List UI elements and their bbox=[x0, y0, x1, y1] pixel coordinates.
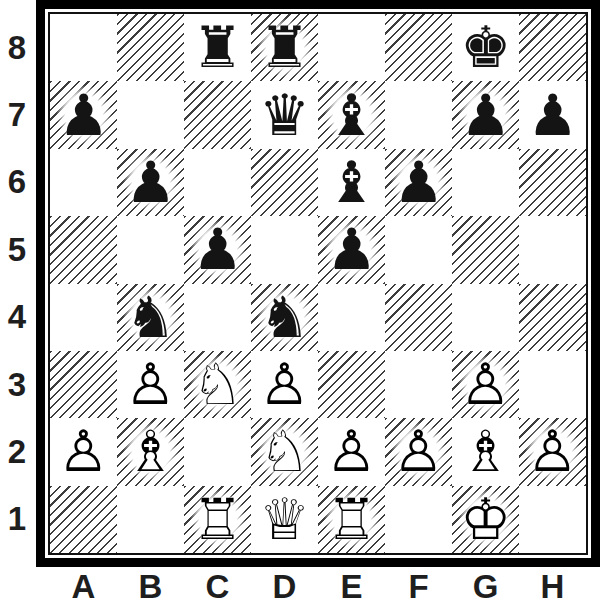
square-e7[interactable]: ♝ bbox=[318, 81, 385, 148]
piece-glyph: ♟ bbox=[50, 81, 117, 148]
piece-glyph-outline: ♘ bbox=[251, 418, 318, 485]
square-c2[interactable] bbox=[184, 418, 251, 485]
file-label-e: E bbox=[318, 567, 385, 606]
piece-glyph-outline: ♗ bbox=[452, 418, 519, 485]
square-h8[interactable] bbox=[519, 14, 586, 81]
square-c3[interactable]: ♞♘ bbox=[184, 351, 251, 418]
piece-white-rook-c1[interactable]: ♜♖ bbox=[184, 486, 251, 553]
piece-glyph-outline: ♙ bbox=[519, 418, 586, 485]
square-b8[interactable] bbox=[117, 14, 184, 81]
piece-black-pawn-c5[interactable]: ♟ bbox=[184, 216, 251, 283]
piece-glyph-outline: ♖ bbox=[318, 486, 385, 553]
square-b5[interactable] bbox=[117, 216, 184, 283]
piece-white-queen-d1[interactable]: ♛♕ bbox=[251, 486, 318, 553]
piece-black-queen-d7[interactable]: ♛ bbox=[251, 81, 318, 148]
square-e3[interactable] bbox=[318, 351, 385, 418]
piece-glyph: ♚ bbox=[452, 14, 519, 81]
piece-glyph-outline: ♙ bbox=[50, 418, 117, 485]
square-f5[interactable] bbox=[385, 216, 452, 283]
square-b2[interactable]: ♝♗ bbox=[117, 418, 184, 485]
square-d4[interactable]: ♞ bbox=[251, 284, 318, 351]
square-d8[interactable]: ♜ bbox=[251, 14, 318, 81]
square-d6[interactable] bbox=[251, 149, 318, 216]
file-label-g: G bbox=[452, 567, 519, 606]
square-e4[interactable] bbox=[318, 284, 385, 351]
board-inner-frame: ♜♜♚♟♛♝♟♟♟♝♟♟♟♞♞♟♙♞♘♟♙♟♙♟♙♝♗♞♘♟♙♟♙♝♗♟♙♜♖♛… bbox=[48, 12, 588, 555]
piece-white-king-g1[interactable]: ♚♔ bbox=[452, 486, 519, 553]
piece-glyph: ♞ bbox=[117, 284, 184, 351]
piece-black-pawn-h7[interactable]: ♟ bbox=[519, 81, 586, 148]
square-g2[interactable]: ♝♗ bbox=[452, 418, 519, 485]
square-c6[interactable] bbox=[184, 149, 251, 216]
square-c5[interactable]: ♟ bbox=[184, 216, 251, 283]
square-g1[interactable]: ♚♔ bbox=[452, 486, 519, 553]
piece-glyph: ♟ bbox=[452, 81, 519, 148]
piece-glyph: ♜ bbox=[184, 14, 251, 81]
piece-black-king-g8[interactable]: ♚ bbox=[452, 14, 519, 81]
piece-glyph: ♝ bbox=[318, 149, 385, 216]
piece-glyph-outline: ♙ bbox=[318, 418, 385, 485]
rank-label-6: 6 bbox=[0, 149, 34, 216]
file-label-a: A bbox=[50, 567, 117, 606]
square-f7[interactable] bbox=[385, 81, 452, 148]
square-a7[interactable]: ♟ bbox=[50, 81, 117, 148]
rank-label-7: 7 bbox=[0, 81, 34, 148]
piece-white-pawn-e2[interactable]: ♟♙ bbox=[318, 418, 385, 485]
piece-glyph: ♟ bbox=[117, 149, 184, 216]
square-b6[interactable]: ♟ bbox=[117, 149, 184, 216]
rank-label-3: 3 bbox=[0, 351, 34, 418]
square-a6[interactable] bbox=[50, 149, 117, 216]
square-h1[interactable] bbox=[519, 486, 586, 553]
square-h7[interactable]: ♟ bbox=[519, 81, 586, 148]
square-h5[interactable] bbox=[519, 216, 586, 283]
rank-label-2: 2 bbox=[0, 418, 34, 485]
square-g5[interactable] bbox=[452, 216, 519, 283]
piece-glyph-outline: ♔ bbox=[452, 486, 519, 553]
piece-white-pawn-h2[interactable]: ♟♙ bbox=[519, 418, 586, 485]
piece-black-pawn-f6[interactable]: ♟ bbox=[385, 149, 452, 216]
square-d3[interactable]: ♟♙ bbox=[251, 351, 318, 418]
square-f4[interactable] bbox=[385, 284, 452, 351]
piece-glyph-outline: ♙ bbox=[385, 418, 452, 485]
square-g7[interactable]: ♟ bbox=[452, 81, 519, 148]
square-g4[interactable] bbox=[452, 284, 519, 351]
square-f1[interactable] bbox=[385, 486, 452, 553]
square-a2[interactable]: ♟♙ bbox=[50, 418, 117, 485]
piece-black-pawn-a7[interactable]: ♟ bbox=[50, 81, 117, 148]
piece-glyph: ♟ bbox=[385, 149, 452, 216]
square-c4[interactable] bbox=[184, 284, 251, 351]
piece-white-pawn-d3[interactable]: ♟♙ bbox=[251, 351, 318, 418]
square-e2[interactable]: ♟♙ bbox=[318, 418, 385, 485]
square-h3[interactable] bbox=[519, 351, 586, 418]
square-a5[interactable] bbox=[50, 216, 117, 283]
piece-white-pawn-a2[interactable]: ♟♙ bbox=[50, 418, 117, 485]
square-e1[interactable]: ♜♖ bbox=[318, 486, 385, 553]
piece-white-pawn-f2[interactable]: ♟♙ bbox=[385, 418, 452, 485]
square-c8[interactable]: ♜ bbox=[184, 14, 251, 81]
square-d5[interactable] bbox=[251, 216, 318, 283]
rank-labels: 87654321 bbox=[0, 14, 34, 553]
piece-glyph-outline: ♕ bbox=[251, 486, 318, 553]
piece-glyph: ♟ bbox=[519, 81, 586, 148]
file-label-f: F bbox=[385, 567, 452, 606]
file-labels: ABCDEFGH bbox=[50, 567, 586, 606]
piece-white-bishop-g2[interactable]: ♝♗ bbox=[452, 418, 519, 485]
piece-glyph-outline: ♗ bbox=[117, 418, 184, 485]
square-d7[interactable]: ♛ bbox=[251, 81, 318, 148]
piece-glyph: ♜ bbox=[251, 14, 318, 81]
piece-black-bishop-e7[interactable]: ♝ bbox=[318, 81, 385, 148]
file-label-b: B bbox=[117, 567, 184, 606]
square-h2[interactable]: ♟♙ bbox=[519, 418, 586, 485]
square-c1[interactable]: ♜♖ bbox=[184, 486, 251, 553]
piece-black-pawn-e5[interactable]: ♟ bbox=[318, 216, 385, 283]
square-c7[interactable] bbox=[184, 81, 251, 148]
rank-label-8: 8 bbox=[0, 14, 34, 81]
piece-glyph: ♟ bbox=[318, 216, 385, 283]
rank-label-4: 4 bbox=[0, 284, 34, 351]
square-d1[interactable]: ♛♕ bbox=[251, 486, 318, 553]
piece-glyph: ♛ bbox=[251, 81, 318, 148]
square-a4[interactable] bbox=[50, 284, 117, 351]
piece-black-rook-d8[interactable]: ♜ bbox=[251, 14, 318, 81]
piece-glyph: ♞ bbox=[251, 284, 318, 351]
piece-white-pawn-g3[interactable]: ♟♙ bbox=[452, 351, 519, 418]
square-f8[interactable] bbox=[385, 14, 452, 81]
piece-white-knight-d2[interactable]: ♞♘ bbox=[251, 418, 318, 485]
piece-black-pawn-b6[interactable]: ♟ bbox=[117, 149, 184, 216]
square-h4[interactable] bbox=[519, 284, 586, 351]
square-a1[interactable] bbox=[50, 486, 117, 553]
piece-glyph-outline: ♙ bbox=[452, 351, 519, 418]
board-grid: ♜♜♚♟♛♝♟♟♟♝♟♟♟♞♞♟♙♞♘♟♙♟♙♟♙♝♗♞♘♟♙♟♙♝♗♟♙♜♖♛… bbox=[50, 14, 586, 553]
square-g3[interactable]: ♟♙ bbox=[452, 351, 519, 418]
square-e6[interactable]: ♝ bbox=[318, 149, 385, 216]
square-g8[interactable]: ♚ bbox=[452, 14, 519, 81]
file-label-d: D bbox=[251, 567, 318, 606]
square-b3[interactable]: ♟♙ bbox=[117, 351, 184, 418]
square-f6[interactable]: ♟ bbox=[385, 149, 452, 216]
square-e8[interactable] bbox=[318, 14, 385, 81]
square-f2[interactable]: ♟♙ bbox=[385, 418, 452, 485]
file-label-h: H bbox=[519, 567, 586, 606]
rank-label-5: 5 bbox=[0, 216, 34, 283]
square-a3[interactable] bbox=[50, 351, 117, 418]
piece-white-knight-c3[interactable]: ♞♘ bbox=[184, 351, 251, 418]
piece-black-knight-b4[interactable]: ♞ bbox=[117, 284, 184, 351]
piece-white-bishop-b2[interactable]: ♝♗ bbox=[117, 418, 184, 485]
piece-white-rook-e1[interactable]: ♜♖ bbox=[318, 486, 385, 553]
square-h6[interactable] bbox=[519, 149, 586, 216]
piece-black-pawn-g7[interactable]: ♟ bbox=[452, 81, 519, 148]
chess-board: ♜♜♚♟♛♝♟♟♟♝♟♟♟♞♞♟♙♞♘♟♙♟♙♟♙♝♗♞♘♟♙♟♙♝♗♟♙♜♖♛… bbox=[36, 0, 600, 567]
square-b4[interactable]: ♞ bbox=[117, 284, 184, 351]
square-d2[interactable]: ♞♘ bbox=[251, 418, 318, 485]
piece-black-knight-d4[interactable]: ♞ bbox=[251, 284, 318, 351]
piece-glyph-outline: ♖ bbox=[184, 486, 251, 553]
square-e5[interactable]: ♟ bbox=[318, 216, 385, 283]
piece-glyph-outline: ♙ bbox=[117, 351, 184, 418]
square-b1[interactable] bbox=[117, 486, 184, 553]
piece-glyph: ♝ bbox=[318, 81, 385, 148]
piece-glyph: ♟ bbox=[184, 216, 251, 283]
piece-glyph-outline: ♘ bbox=[184, 351, 251, 418]
chess-diagram: 87654321 ♜♜♚♟♛♝♟♟♟♝♟♟♟♞♞♟♙♞♘♟♙♟♙♟♙♝♗♞♘♟♙… bbox=[0, 0, 600, 606]
rank-label-1: 1 bbox=[0, 486, 34, 553]
piece-black-rook-c8[interactable]: ♜ bbox=[184, 14, 251, 81]
piece-glyph-outline: ♙ bbox=[251, 351, 318, 418]
square-a8[interactable] bbox=[50, 14, 117, 81]
square-f3[interactable] bbox=[385, 351, 452, 418]
piece-white-pawn-b3[interactable]: ♟♙ bbox=[117, 351, 184, 418]
square-g6[interactable] bbox=[452, 149, 519, 216]
file-label-c: C bbox=[184, 567, 251, 606]
square-b7[interactable] bbox=[117, 81, 184, 148]
piece-black-bishop-e6[interactable]: ♝ bbox=[318, 149, 385, 216]
